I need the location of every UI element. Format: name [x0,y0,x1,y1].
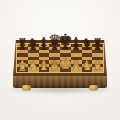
board-inner-border [16,43,104,73]
square-b1 [28,67,39,71]
square-a1 [17,67,28,71]
brass-clasp-right [89,85,98,90]
square-h1 [92,67,103,71]
square-d1 [49,67,60,71]
brass-clasp-left [22,85,31,90]
square-f1 [71,67,82,71]
square-g1 [82,67,93,71]
board-top: ♜♞♝♛♚♝♞♜♟♟♟♟♟♟♟♟♟♟♟♟♟♟♟♟♜♞♝♛♚♝♞♜ [13,40,107,76]
square-c1 [39,67,50,71]
wooden-frame [13,40,107,76]
product-photo-chess-set: ♜♞♝♛♚♝♞♜♟♟♟♟♟♟♟♟♟♟♟♟♟♟♟♟♜♞♝♛♚♝♞♜ [0,0,120,120]
square-e1 [60,67,71,71]
chess-board [17,44,103,72]
chess-box: ♜♞♝♛♚♝♞♜♟♟♟♟♟♟♟♟♟♟♟♟♟♟♟♟♜♞♝♛♚♝♞♜ [13,40,107,88]
